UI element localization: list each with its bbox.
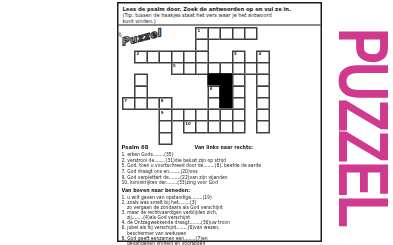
- puzzel-stamp: ✎ Puzzel: [120, 27, 163, 49]
- clue-number: 7: [124, 99, 127, 103]
- clue-number: 6: [210, 87, 213, 91]
- clue-number: 8: [161, 99, 164, 103]
- grid-cell[interactable]: [232, 120, 246, 133]
- clue-number: 5: [173, 64, 176, 68]
- clue-number: 9: [161, 110, 164, 114]
- down-clues-header: Van boven naar beneden:: [122, 187, 319, 193]
- grid-cell[interactable]: [244, 27, 258, 40]
- instructions-tip-line2: kunt vinden.): [123, 18, 317, 24]
- clue-number: 3: [234, 52, 237, 56]
- clue-number: 10: [185, 122, 191, 126]
- across-clue: 10. koninkrijken der........(33)zing voo…: [122, 180, 319, 186]
- worksheet-page-inner: Lees de psalm door. Zoek de antwoorden o…: [117, 2, 322, 242]
- puzzel-stamp-label: Puzzel: [120, 27, 163, 49]
- screenshot-canvas: Lees de psalm door. Zoek de antwoorden o…: [0, 0, 393, 245]
- clue-number: 4: [258, 52, 261, 56]
- clue-number: 2: [136, 52, 139, 56]
- worksheet-page: Lees de psalm door. Zoek de antwoorden o…: [117, 2, 322, 242]
- puzzel-side-title: PUZZEL: [327, 17, 393, 237]
- clues-section: Psalm 68 Van links naar rechts: 1. erken…: [122, 144, 319, 245]
- grid-cell[interactable]: [256, 120, 270, 133]
- clues-header-row: Psalm 68 Van links naar rechts:: [122, 144, 319, 151]
- across-clue-list: 1. erken Gods........(35)2. verstrooi de…: [122, 152, 319, 186]
- down-clue-list: 1. u wilt gaven van opstandige........(1…: [122, 195, 319, 245]
- across-clues-header: Van links naar rechts:: [195, 144, 253, 150]
- clue-number: 1: [197, 29, 200, 33]
- instructions-box: Lees de psalm door. Zoek de antwoorden o…: [119, 4, 321, 26]
- down-clue: gevangenen vrijheid en voorspoed: [122, 241, 319, 245]
- psalm-title: Psalm 68: [122, 144, 149, 150]
